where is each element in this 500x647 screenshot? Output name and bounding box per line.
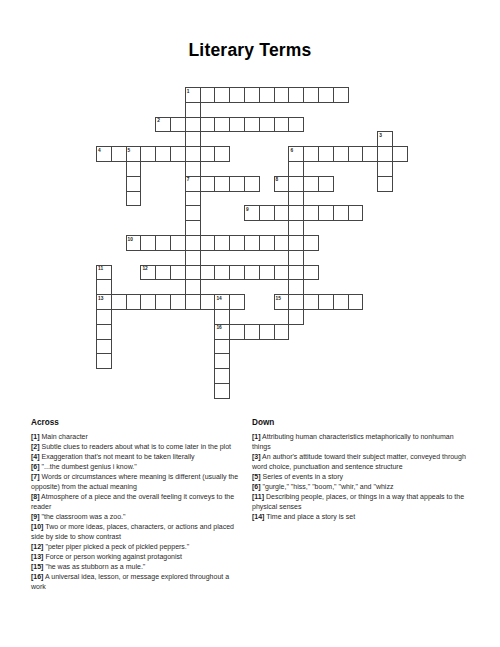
grid-cell[interactable]	[303, 235, 319, 251]
grid-cell[interactable]	[170, 265, 186, 281]
grid-cell[interactable]	[303, 146, 319, 162]
grid-cell[interactable]	[288, 279, 304, 295]
grid-cell[interactable]	[214, 368, 230, 384]
grid-cell-number: 7	[187, 177, 190, 182]
grid-cell[interactable]: 12	[140, 265, 156, 281]
grid-cell[interactable]	[318, 205, 334, 221]
clue-item: [15] "he was as stubborn as a mule."	[31, 562, 245, 572]
grid-cell[interactable]	[303, 294, 319, 310]
clue-item: [11] Describing people, places, or thing…	[252, 492, 470, 512]
clue-number: [7]	[31, 473, 40, 480]
grid-cell[interactable]	[348, 205, 364, 221]
grid-cell[interactable]	[96, 353, 112, 369]
grid-cell[interactable]	[274, 235, 290, 251]
grid-cell[interactable]: 16	[214, 324, 230, 340]
grid-cell[interactable]	[96, 309, 112, 325]
grid-cell[interactable]	[259, 265, 275, 281]
clue-item: [16] A universal idea, lesson, or messag…	[31, 572, 245, 592]
grid-cell[interactable]	[200, 265, 216, 281]
clue-number: [10]	[31, 523, 43, 530]
clue-item: [13] Force or person working against pro…	[31, 552, 245, 562]
grid-cell[interactable]	[185, 265, 201, 281]
grid-cell[interactable]	[288, 220, 304, 236]
grid-cell[interactable]	[244, 324, 260, 340]
grid-cell[interactable]	[288, 87, 304, 103]
grid-cell-number: 12	[142, 266, 147, 271]
clue-number: [5]	[252, 473, 261, 480]
grid-cell-number: 11	[98, 266, 103, 271]
grid-cell[interactable]	[288, 191, 304, 207]
grid-cell[interactable]	[111, 294, 127, 310]
grid-cell[interactable]	[155, 235, 171, 251]
grid-cell[interactable]	[244, 117, 260, 133]
clue-item: [3] An author's attitude toward their su…	[252, 452, 470, 472]
grid-cell[interactable]	[185, 294, 201, 310]
grid-cell[interactable]	[200, 235, 216, 251]
down-clues-section: Down [1] Attributing human characteristi…	[252, 417, 470, 522]
grid-cell[interactable]	[200, 294, 216, 310]
grid-cell[interactable]	[214, 235, 230, 251]
clue-item: [9] "the classroom was a zoo."	[31, 512, 245, 522]
grid-cell[interactable]	[303, 176, 319, 192]
grid-cell[interactable]	[303, 87, 319, 103]
clue-number: [1]	[252, 433, 261, 440]
grid-cell[interactable]	[377, 176, 393, 192]
clue-number: [14]	[252, 513, 264, 520]
clue-number: [4]	[31, 453, 40, 460]
grid-cell[interactable]	[259, 117, 275, 133]
grid-cell[interactable]	[244, 87, 260, 103]
grid-cell[interactable]	[200, 146, 216, 162]
grid-cell[interactable]	[303, 205, 319, 221]
grid-cell[interactable]	[185, 235, 201, 251]
grid-cell[interactable]	[185, 102, 201, 118]
grid-cell[interactable]	[318, 87, 334, 103]
grid-cell-number: 1	[187, 89, 190, 94]
clue-number: [6]	[252, 483, 261, 490]
grid-cell[interactable]	[170, 146, 186, 162]
grid-cell[interactable]	[214, 176, 230, 192]
clue-number: [11]	[252, 493, 264, 500]
grid-cell[interactable]	[170, 235, 186, 251]
puzzle-title: Literary Terms	[0, 40, 500, 61]
clue-item: [6] "gurgle," "hiss," "boom," "whir," an…	[252, 482, 470, 492]
grid-cell[interactable]: 14	[214, 294, 230, 310]
grid-cell[interactable]	[288, 265, 304, 281]
clue-number: [3]	[252, 453, 261, 460]
grid-cell[interactable]: 15	[274, 294, 290, 310]
grid-cell-number: 16	[216, 325, 221, 330]
grid-cell[interactable]	[318, 294, 334, 310]
grid-cell[interactable]	[185, 161, 201, 177]
clue-item: [1] Main character	[31, 432, 245, 442]
grid-cell[interactable]	[214, 353, 230, 369]
grid-cell[interactable]	[155, 265, 171, 281]
clue-number: [12]	[31, 543, 43, 550]
grid-cell[interactable]	[333, 205, 349, 221]
grid-cell[interactable]	[244, 235, 260, 251]
grid-cell-number: 15	[276, 296, 281, 301]
clue-item: [4] Exaggeration that's not meant to be …	[31, 452, 245, 462]
clue-item: [8] Atmosphere of a piece and the overal…	[31, 492, 245, 512]
grid-cell[interactable]	[155, 146, 171, 162]
clue-item: [14] Time and place a story is set	[252, 512, 470, 522]
grid-cell[interactable]: 10	[126, 235, 142, 251]
grid-cell[interactable]	[377, 161, 393, 177]
grid-cell[interactable]: 4	[96, 146, 112, 162]
grid-cell[interactable]	[170, 294, 186, 310]
grid-cell[interactable]	[185, 279, 201, 295]
grid-cell[interactable]	[155, 294, 171, 310]
grid-cell[interactable]: 1	[185, 87, 201, 103]
grid-cell[interactable]	[259, 87, 275, 103]
grid-cell[interactable]: 9	[244, 205, 260, 221]
grid-cell[interactable]	[229, 294, 245, 310]
grid-cell[interactable]	[229, 265, 245, 281]
grid-cell[interactable]	[348, 146, 364, 162]
clue-number: [13]	[31, 553, 43, 560]
grid-cell[interactable]	[259, 324, 275, 340]
grid-cell[interactable]	[288, 161, 304, 177]
across-clues-list: [1] Main character[2] Subtle clues to re…	[31, 432, 245, 592]
down-header: Down	[252, 417, 470, 428]
grid-cell[interactable]	[288, 309, 304, 325]
grid-cell[interactable]	[185, 250, 201, 266]
grid-cell[interactable]: 6	[288, 146, 304, 162]
grid-cell[interactable]	[259, 235, 275, 251]
grid-cell[interactable]	[229, 235, 245, 251]
grid-cell[interactable]	[140, 294, 156, 310]
grid-cell[interactable]: 13	[96, 294, 112, 310]
across-header: Across	[31, 417, 245, 428]
grid-cell[interactable]	[170, 117, 186, 133]
grid-cell[interactable]	[126, 176, 142, 192]
clue-number: [2]	[31, 443, 40, 450]
grid-cell[interactable]	[333, 146, 349, 162]
grid-cell[interactable]	[318, 146, 334, 162]
grid-cell[interactable]	[288, 205, 304, 221]
grid-cell[interactable]	[288, 294, 304, 310]
grid-cell-number: 9	[246, 207, 249, 212]
grid-cell[interactable]	[214, 339, 230, 355]
grid-cell[interactable]	[333, 87, 349, 103]
grid-cell[interactable]	[288, 235, 304, 251]
grid-cell[interactable]	[185, 131, 201, 147]
grid-cell[interactable]: 7	[185, 176, 201, 192]
grid-cell[interactable]	[274, 117, 290, 133]
grid-cell[interactable]	[303, 265, 319, 281]
grid-cell[interactable]	[200, 87, 216, 103]
grid-cell[interactable]	[214, 309, 230, 325]
clue-item: [2] Subtle clues to readers about what i…	[31, 442, 245, 452]
grid-cell[interactable]	[214, 87, 230, 103]
clue-item: [7] Words or circumstances where meaning…	[31, 472, 245, 492]
grid-cell[interactable]	[318, 176, 334, 192]
grid-cell[interactable]	[288, 176, 304, 192]
grid-cell[interactable]	[185, 146, 201, 162]
grid-cell[interactable]	[244, 265, 260, 281]
grid-cell-number: 8	[276, 177, 279, 182]
clue-item: [6] "...the dumbest genius i know."	[31, 462, 245, 472]
grid-cell[interactable]: 3	[377, 131, 393, 147]
grid-cell[interactable]	[126, 191, 142, 207]
grid-cell[interactable]	[274, 87, 290, 103]
grid-cell[interactable]	[229, 176, 245, 192]
across-clues-section: Across [1] Main character[2] Subtle clue…	[31, 417, 245, 592]
grid-cell[interactable]	[214, 383, 230, 399]
clue-item: [10] Two or more ideas, places, characte…	[31, 522, 245, 542]
grid-cell[interactable]	[288, 117, 304, 133]
grid-cell[interactable]	[200, 176, 216, 192]
grid-cell[interactable]	[140, 235, 156, 251]
grid-cell[interactable]: 5	[126, 146, 142, 162]
clue-number: [9]	[31, 513, 40, 520]
grid-cell[interactable]: 8	[274, 176, 290, 192]
grid-cell[interactable]: 2	[155, 117, 171, 133]
grid-cell[interactable]	[126, 161, 142, 177]
clue-item: [5] Series of events in a story	[252, 472, 470, 482]
grid-cell-number: 6	[290, 148, 293, 153]
clue-item: [1] Attributing human characteristics me…	[252, 432, 470, 452]
grid-cell[interactable]	[274, 265, 290, 281]
crossword-page: Literary Terms 12345678910111213141516 A…	[0, 0, 500, 647]
grid-cell[interactable]	[214, 146, 230, 162]
grid-cell[interactable]	[244, 176, 260, 192]
clue-number: [6]	[31, 463, 40, 470]
grid-cell[interactable]	[96, 324, 112, 340]
grid-cell[interactable]	[229, 324, 245, 340]
grid-cell[interactable]	[140, 146, 156, 162]
clue-number: [1]	[31, 433, 40, 440]
grid-cell[interactable]	[185, 191, 201, 207]
grid-cell[interactable]	[214, 117, 230, 133]
grid-cell-number: 2	[157, 118, 160, 123]
grid-cell[interactable]	[229, 87, 245, 103]
grid-cell[interactable]	[96, 279, 112, 295]
grid-cell[interactable]	[126, 294, 142, 310]
grid-cell-number: 14	[216, 296, 221, 301]
grid-cell[interactable]	[200, 117, 216, 133]
grid-cell[interactable]	[392, 146, 408, 162]
grid-cell[interactable]	[96, 339, 112, 355]
clue-item: [12] "peter piper picked a peck of pickl…	[31, 542, 245, 552]
grid-cell[interactable]: 11	[96, 265, 112, 281]
grid-cell[interactable]	[274, 324, 290, 340]
grid-cell[interactable]	[259, 205, 275, 221]
grid-cell[interactable]	[348, 294, 364, 310]
grid-cell[interactable]	[274, 205, 290, 221]
down-clues-list: [1] Attributing human characteristics me…	[252, 432, 470, 522]
grid-cell[interactable]	[185, 205, 201, 221]
clue-number: [15]	[31, 563, 43, 570]
grid-cell[interactable]	[333, 294, 349, 310]
clue-number: [16]	[31, 573, 43, 580]
grid-cell[interactable]	[214, 265, 230, 281]
grid-cell[interactable]	[288, 250, 304, 266]
grid-cell[interactable]	[229, 117, 245, 133]
grid-cell-number: 4	[98, 148, 101, 153]
crossword-grid: 12345678910111213141516	[96, 87, 409, 400]
grid-cell[interactable]	[185, 117, 201, 133]
grid-cell-number: 13	[98, 296, 103, 301]
grid-cell[interactable]	[362, 146, 378, 162]
grid-cell[interactable]	[111, 146, 127, 162]
grid-cell-number: 3	[379, 133, 382, 138]
clue-number: [8]	[31, 493, 40, 500]
grid-cell[interactable]	[377, 146, 393, 162]
grid-cell-number: 10	[128, 237, 133, 242]
grid-cell-number: 5	[128, 148, 131, 153]
grid-cell[interactable]	[185, 220, 201, 236]
